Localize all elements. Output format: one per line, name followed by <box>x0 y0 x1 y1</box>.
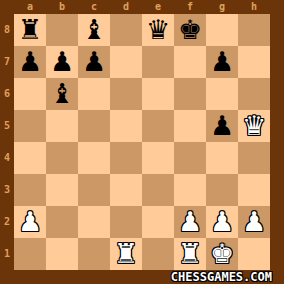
square-a2[interactable]: ♟ <box>14 206 46 238</box>
square-g5[interactable]: ♟ <box>206 110 238 142</box>
rank-label-5: 5 <box>0 110 14 142</box>
square-b4[interactable] <box>46 142 78 174</box>
square-b8[interactable] <box>46 14 78 46</box>
piece-white-pawn: ♟ <box>238 206 270 238</box>
square-g8[interactable] <box>206 14 238 46</box>
square-a5[interactable] <box>14 110 46 142</box>
chess-board: ♜♝♛♚♟♟♟♟♝♟♛♟♟♟♟♜♜♚ <box>14 14 270 270</box>
square-h1[interactable] <box>238 238 270 270</box>
square-e8[interactable]: ♛ <box>142 14 174 46</box>
rank-label-6: 6 <box>0 78 14 110</box>
square-d2[interactable] <box>110 206 142 238</box>
square-e6[interactable] <box>142 78 174 110</box>
square-f4[interactable] <box>174 142 206 174</box>
square-h3[interactable] <box>238 174 270 206</box>
square-a1[interactable] <box>14 238 46 270</box>
square-a8[interactable]: ♜ <box>14 14 46 46</box>
piece-black-pawn: ♟ <box>78 46 110 78</box>
square-c3[interactable] <box>78 174 110 206</box>
square-e1[interactable] <box>142 238 174 270</box>
square-f7[interactable] <box>174 46 206 78</box>
square-b7[interactable]: ♟ <box>46 46 78 78</box>
file-labels: abcdefgh <box>14 0 270 14</box>
square-d8[interactable] <box>110 14 142 46</box>
square-d6[interactable] <box>110 78 142 110</box>
square-h4[interactable] <box>238 142 270 174</box>
square-a6[interactable] <box>14 78 46 110</box>
chess-diagram: abcdefgh 87654321 ♜♝♛♚♟♟♟♟♝♟♛♟♟♟♟♜♜♚ CHE… <box>0 0 284 284</box>
square-c6[interactable] <box>78 78 110 110</box>
square-d7[interactable] <box>110 46 142 78</box>
square-f2[interactable]: ♟ <box>174 206 206 238</box>
square-b6[interactable]: ♝ <box>46 78 78 110</box>
piece-white-rook: ♜ <box>174 238 206 270</box>
piece-black-king: ♚ <box>174 14 206 46</box>
square-f1[interactable]: ♜ <box>174 238 206 270</box>
square-d1[interactable]: ♜ <box>110 238 142 270</box>
file-label-f: f <box>174 0 206 14</box>
piece-white-king: ♚ <box>206 238 238 270</box>
square-e5[interactable] <box>142 110 174 142</box>
square-g7[interactable]: ♟ <box>206 46 238 78</box>
rank-label-1: 1 <box>0 238 14 270</box>
piece-white-rook: ♜ <box>110 238 142 270</box>
square-d4[interactable] <box>110 142 142 174</box>
square-h7[interactable] <box>238 46 270 78</box>
square-h5[interactable]: ♛ <box>238 110 270 142</box>
rank-labels: 87654321 <box>0 14 14 270</box>
piece-black-pawn: ♟ <box>206 110 238 142</box>
square-e4[interactable] <box>142 142 174 174</box>
square-c8[interactable]: ♝ <box>78 14 110 46</box>
file-label-d: d <box>110 0 142 14</box>
square-b3[interactable] <box>46 174 78 206</box>
piece-white-queen: ♛ <box>238 110 270 142</box>
file-label-c: c <box>78 0 110 14</box>
piece-white-pawn: ♟ <box>206 206 238 238</box>
piece-black-rook: ♜ <box>14 14 46 46</box>
rank-label-3: 3 <box>0 174 14 206</box>
watermark: CHESSGAMES.COM <box>171 270 272 284</box>
piece-black-pawn: ♟ <box>14 46 46 78</box>
square-g4[interactable] <box>206 142 238 174</box>
square-c2[interactable] <box>78 206 110 238</box>
piece-black-pawn: ♟ <box>46 46 78 78</box>
file-label-b: b <box>46 0 78 14</box>
piece-black-pawn: ♟ <box>206 46 238 78</box>
square-c5[interactable] <box>78 110 110 142</box>
file-label-h: h <box>238 0 270 14</box>
square-f5[interactable] <box>174 110 206 142</box>
square-a7[interactable]: ♟ <box>14 46 46 78</box>
square-e7[interactable] <box>142 46 174 78</box>
square-d3[interactable] <box>110 174 142 206</box>
square-e3[interactable] <box>142 174 174 206</box>
piece-black-bishop: ♝ <box>78 14 110 46</box>
square-e2[interactable] <box>142 206 174 238</box>
square-a4[interactable] <box>14 142 46 174</box>
square-f8[interactable]: ♚ <box>174 14 206 46</box>
file-label-e: e <box>142 0 174 14</box>
piece-white-pawn: ♟ <box>174 206 206 238</box>
square-g1[interactable]: ♚ <box>206 238 238 270</box>
square-h6[interactable] <box>238 78 270 110</box>
piece-black-queen: ♛ <box>142 14 174 46</box>
square-d5[interactable] <box>110 110 142 142</box>
rank-label-4: 4 <box>0 142 14 174</box>
square-b2[interactable] <box>46 206 78 238</box>
square-c1[interactable] <box>78 238 110 270</box>
piece-black-bishop: ♝ <box>46 78 78 110</box>
file-label-g: g <box>206 0 238 14</box>
square-c7[interactable]: ♟ <box>78 46 110 78</box>
rank-label-8: 8 <box>0 14 14 46</box>
square-h8[interactable] <box>238 14 270 46</box>
piece-white-pawn: ♟ <box>14 206 46 238</box>
square-g3[interactable] <box>206 174 238 206</box>
square-g2[interactable]: ♟ <box>206 206 238 238</box>
rank-label-7: 7 <box>0 46 14 78</box>
file-label-a: a <box>14 0 46 14</box>
square-h2[interactable]: ♟ <box>238 206 270 238</box>
rank-label-2: 2 <box>0 206 14 238</box>
square-b1[interactable] <box>46 238 78 270</box>
square-f6[interactable] <box>174 78 206 110</box>
square-f3[interactable] <box>174 174 206 206</box>
square-c4[interactable] <box>78 142 110 174</box>
square-g6[interactable] <box>206 78 238 110</box>
square-a3[interactable] <box>14 174 46 206</box>
square-b5[interactable] <box>46 110 78 142</box>
